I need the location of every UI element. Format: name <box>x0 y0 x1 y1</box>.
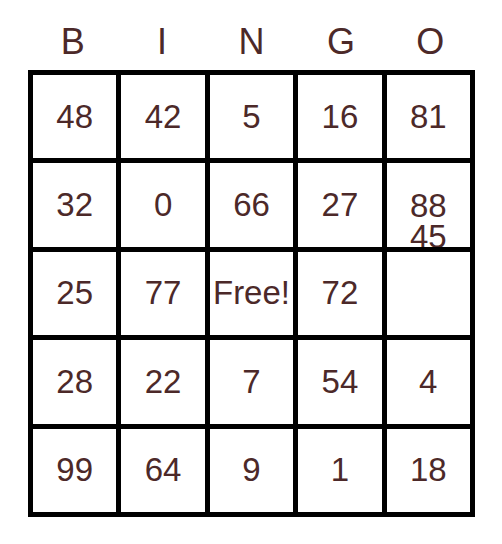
cell-value: 0 <box>154 186 172 224</box>
bingo-card: B I N G O 48 42 5 16 81 32 0 66 27 88 45… <box>0 0 502 544</box>
cell-value: 28 <box>56 363 93 401</box>
cell-value: 66 <box>233 186 270 224</box>
cell-n2[interactable]: 66 <box>210 163 293 246</box>
cell-b4[interactable]: 28 <box>33 340 116 423</box>
cell-b2[interactable]: 32 <box>33 163 116 246</box>
cell-n4[interactable]: 7 <box>210 340 293 423</box>
header-letter-g: G <box>327 21 355 63</box>
cell-value: 16 <box>322 98 359 136</box>
cell-o3-empty[interactable] <box>387 252 470 335</box>
cell-value: 81 <box>410 98 447 136</box>
cell-value: 9 <box>242 451 260 489</box>
cell-value: 27 <box>322 186 359 224</box>
cell-value: 7 <box>242 363 260 401</box>
cell-i3[interactable]: 77 <box>121 252 204 335</box>
cell-value: 1 <box>331 451 349 489</box>
cell-value: 77 <box>145 274 182 312</box>
cell-g2[interactable]: 27 <box>298 163 381 246</box>
cell-b1[interactable]: 48 <box>33 75 116 158</box>
cell-b3[interactable]: 25 <box>33 252 116 335</box>
cell-value: 99 <box>56 451 93 489</box>
cell-n1[interactable]: 5 <box>210 75 293 158</box>
cell-i2[interactable]: 0 <box>121 163 204 246</box>
cell-value: 22 <box>145 363 182 401</box>
cell-b5[interactable]: 99 <box>33 429 116 512</box>
cell-value: 25 <box>56 274 93 312</box>
cell-value: 72 <box>322 274 359 312</box>
cell-value-overflow: 88 45 <box>410 190 447 247</box>
cell-value: 4 <box>419 363 437 401</box>
cell-o2[interactable]: 88 45 <box>387 163 470 246</box>
cell-value: 32 <box>56 186 93 224</box>
cell-i1[interactable]: 42 <box>121 75 204 158</box>
cell-i4[interactable]: 22 <box>121 340 204 423</box>
cell-value: 5 <box>242 98 260 136</box>
cell-n3-free[interactable]: Free! <box>210 252 293 335</box>
cell-i5[interactable]: 64 <box>121 429 204 512</box>
free-cell-label: Free! <box>213 274 290 312</box>
cell-g1[interactable]: 16 <box>298 75 381 158</box>
header-letter-b: B <box>61 21 85 63</box>
cell-n5[interactable]: 9 <box>210 429 293 512</box>
header-letter-o: O <box>416 21 444 63</box>
cell-value: 42 <box>145 98 182 136</box>
cell-g5[interactable]: 1 <box>298 429 381 512</box>
cell-o4[interactable]: 4 <box>387 340 470 423</box>
cell-value: 48 <box>56 98 93 136</box>
cell-value: 64 <box>145 451 182 489</box>
header-letter-n: N <box>238 21 264 63</box>
cell-value: 54 <box>322 363 359 401</box>
cell-g4[interactable]: 54 <box>298 340 381 423</box>
cell-o1[interactable]: 81 <box>387 75 470 158</box>
header-letter-i: I <box>157 21 167 63</box>
bingo-board: 48 42 5 16 81 32 0 66 27 88 45 25 77 Fre… <box>28 70 475 517</box>
bingo-header: B I N G O <box>28 0 475 70</box>
cell-o5[interactable]: 18 <box>387 429 470 512</box>
cell-value: 18 <box>410 451 447 489</box>
cell-g3[interactable]: 72 <box>298 252 381 335</box>
